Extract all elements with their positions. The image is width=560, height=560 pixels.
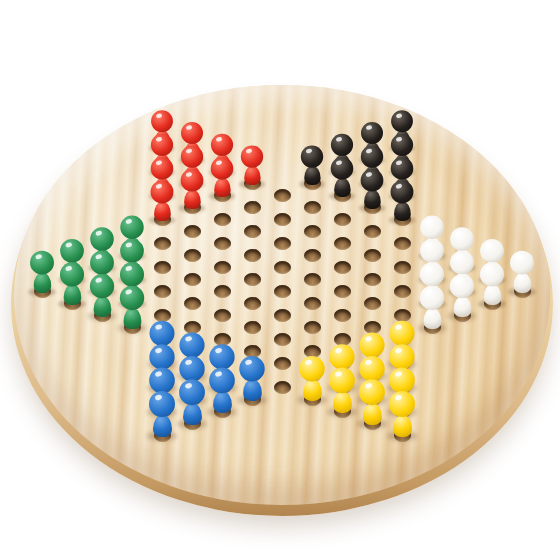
peg-head xyxy=(299,356,324,381)
peg-head xyxy=(151,157,174,180)
peg-head xyxy=(211,134,233,156)
peg-head xyxy=(480,239,504,263)
peg-head xyxy=(359,333,384,358)
peg-blue[interactable] xyxy=(239,356,264,401)
peg-highlight xyxy=(395,160,402,166)
peg-head xyxy=(60,239,84,263)
peg-body xyxy=(63,285,81,305)
peg-head xyxy=(120,239,144,263)
peg-highlight xyxy=(154,371,162,378)
peg-highlight xyxy=(65,242,72,248)
peg-green[interactable] xyxy=(90,274,114,317)
board-hole[interactable] xyxy=(394,285,411,298)
peg-highlight xyxy=(396,113,403,119)
peg-blue[interactable] xyxy=(149,391,175,437)
board-hole[interactable] xyxy=(274,333,291,346)
peg-blue[interactable] xyxy=(179,379,205,425)
board-hole[interactable] xyxy=(154,237,171,250)
peg-body xyxy=(394,202,411,221)
board-hole[interactable] xyxy=(304,249,321,262)
board-hole[interactable] xyxy=(334,237,351,250)
peg-highlight xyxy=(425,289,433,296)
board-hole[interactable] xyxy=(184,249,201,262)
board-hole[interactable] xyxy=(334,213,351,226)
peg-red[interactable] xyxy=(241,145,263,185)
board-hole[interactable] xyxy=(214,285,231,298)
board-hole[interactable] xyxy=(214,261,231,274)
peg-head xyxy=(120,286,144,310)
peg-body xyxy=(184,190,201,209)
peg-highlight xyxy=(335,347,343,354)
peg-highlight xyxy=(336,136,343,142)
board-hole[interactable] xyxy=(244,273,261,286)
peg-head xyxy=(420,286,444,310)
peg-highlight xyxy=(334,371,342,378)
peg-head xyxy=(329,368,355,394)
board-hole[interactable] xyxy=(274,237,291,250)
peg-body xyxy=(183,403,202,425)
peg-head xyxy=(181,145,203,167)
board-hole[interactable] xyxy=(394,309,411,322)
peg-highlight xyxy=(396,136,403,142)
board-hole[interactable] xyxy=(304,321,321,334)
peg-body xyxy=(334,178,350,197)
peg-highlight xyxy=(156,113,163,119)
peg-highlight xyxy=(395,347,403,354)
peg-head xyxy=(149,368,175,394)
board-hole[interactable] xyxy=(274,213,291,226)
peg-head xyxy=(391,181,414,204)
peg-head xyxy=(151,110,173,132)
peg-head xyxy=(389,368,415,394)
board-hole[interactable] xyxy=(304,201,321,214)
peg-head xyxy=(329,344,354,369)
peg-head xyxy=(361,145,383,167)
peg-highlight xyxy=(184,382,192,389)
peg-head xyxy=(151,134,173,156)
peg-highlight xyxy=(95,277,103,283)
board-hole[interactable] xyxy=(244,297,261,310)
peg-head xyxy=(389,344,414,369)
peg-highlight xyxy=(425,218,432,224)
peg-highlight xyxy=(156,136,163,142)
peg-red[interactable] xyxy=(181,169,204,209)
board-hole[interactable] xyxy=(304,297,321,310)
board-hole[interactable] xyxy=(394,237,411,250)
peg-head xyxy=(361,122,383,144)
peg-body xyxy=(333,391,352,413)
peg-head xyxy=(480,262,504,286)
peg-head xyxy=(361,169,384,192)
peg-black[interactable] xyxy=(331,157,354,197)
peg-highlight xyxy=(65,265,73,271)
peg-head xyxy=(149,344,174,369)
peg-body xyxy=(303,379,322,401)
peg-highlight xyxy=(215,160,222,166)
board-hole[interactable] xyxy=(184,297,201,310)
peg-highlight xyxy=(305,148,312,154)
board-hole[interactable] xyxy=(364,273,381,286)
peg-white[interactable] xyxy=(450,274,474,317)
peg-yellow[interactable] xyxy=(299,356,324,401)
peg-highlight xyxy=(366,125,373,131)
peg-highlight xyxy=(95,253,103,259)
peg-highlight xyxy=(395,324,403,331)
peg-highlight xyxy=(425,265,433,271)
chinese-checkers-photo xyxy=(0,0,560,560)
peg-highlight xyxy=(155,347,163,354)
peg-white[interactable] xyxy=(480,262,504,305)
peg-head xyxy=(510,251,534,275)
peg-head xyxy=(179,379,205,405)
peg-red[interactable] xyxy=(211,157,234,197)
peg-body xyxy=(123,308,141,329)
peg-highlight xyxy=(214,371,222,378)
peg-black[interactable] xyxy=(361,169,384,209)
peg-highlight xyxy=(35,253,43,259)
peg-white[interactable] xyxy=(420,286,444,329)
peg-body xyxy=(304,166,320,185)
board-hole[interactable] xyxy=(274,189,291,202)
peg-body xyxy=(213,391,232,413)
peg-highlight xyxy=(365,148,372,154)
peg-black[interactable] xyxy=(301,145,323,185)
board-hole[interactable] xyxy=(184,225,201,238)
peg-highlight xyxy=(365,335,373,342)
peg-highlight xyxy=(155,324,163,331)
peg-yellow[interactable] xyxy=(389,391,415,437)
peg-head xyxy=(30,251,54,275)
board-hole[interactable] xyxy=(304,225,321,238)
peg-highlight xyxy=(186,125,193,131)
peg-head xyxy=(331,157,354,180)
peg-highlight xyxy=(154,394,162,401)
peg-highlight xyxy=(455,230,462,236)
peg-head xyxy=(391,110,413,132)
peg-body xyxy=(33,273,50,293)
peg-highlight xyxy=(185,171,192,177)
peg-head xyxy=(151,181,174,204)
peg-head xyxy=(209,344,234,369)
peg-body xyxy=(513,273,530,293)
board-hole[interactable] xyxy=(214,237,231,250)
peg-highlight xyxy=(485,242,492,248)
peg-head xyxy=(450,227,474,251)
peg-highlight xyxy=(394,371,402,378)
peg-highlight xyxy=(216,136,223,142)
board-hole[interactable] xyxy=(214,309,231,322)
board-hole[interactable] xyxy=(364,225,381,238)
board-hole[interactable] xyxy=(274,357,291,370)
peg-head xyxy=(239,356,264,381)
peg-highlight xyxy=(394,394,402,401)
peg-head xyxy=(359,356,384,381)
board-hole[interactable] xyxy=(334,285,351,298)
peg-highlight xyxy=(185,148,192,154)
peg-body xyxy=(244,166,260,185)
peg-head xyxy=(391,134,413,156)
peg-head xyxy=(90,227,114,251)
peg-body xyxy=(154,202,171,221)
board-hole[interactable] xyxy=(334,309,351,322)
peg-head xyxy=(181,169,204,192)
peg-red[interactable] xyxy=(151,181,174,221)
peg-highlight xyxy=(95,230,102,236)
peg-head xyxy=(120,262,144,286)
peg-head xyxy=(149,391,175,417)
peg-head xyxy=(179,333,204,358)
peg-green[interactable] xyxy=(60,262,84,305)
peg-head xyxy=(211,157,234,180)
peg-highlight xyxy=(305,359,313,366)
board-hole[interactable] xyxy=(334,261,351,274)
board-hole[interactable] xyxy=(244,201,261,214)
peg-body xyxy=(393,415,412,437)
peg-black[interactable] xyxy=(391,181,414,221)
peg-blue[interactable] xyxy=(209,368,235,413)
board-hole[interactable] xyxy=(394,261,411,274)
peg-body xyxy=(214,178,230,197)
peg-highlight xyxy=(365,359,373,366)
peg-head xyxy=(90,274,114,298)
peg-head xyxy=(420,216,443,239)
peg-head xyxy=(450,251,474,275)
peg-head xyxy=(391,157,414,180)
peg-body xyxy=(453,296,471,317)
peg-head xyxy=(301,145,323,167)
peg-green[interactable] xyxy=(120,286,144,329)
board-hole[interactable] xyxy=(274,261,291,274)
board-hole[interactable] xyxy=(304,273,321,286)
peg-white[interactable] xyxy=(510,251,534,293)
peg-head xyxy=(241,145,263,167)
board-hole[interactable] xyxy=(244,225,261,238)
peg-body xyxy=(423,308,441,329)
peg-body xyxy=(93,296,111,317)
peg-head xyxy=(150,321,175,346)
peg-head xyxy=(209,368,235,394)
peg-body xyxy=(364,190,381,209)
peg-highlight xyxy=(515,253,523,259)
peg-head xyxy=(359,379,385,405)
peg-head xyxy=(179,356,204,381)
peg-body xyxy=(363,403,382,425)
peg-highlight xyxy=(365,171,372,177)
board-hole[interactable] xyxy=(364,297,381,310)
peg-highlight xyxy=(125,242,132,248)
peg-green[interactable] xyxy=(30,251,54,293)
peg-highlight xyxy=(245,359,253,366)
peg-yellow[interactable] xyxy=(359,379,385,425)
peg-highlight xyxy=(245,148,252,154)
peg-highlight xyxy=(425,242,432,248)
board-hole[interactable] xyxy=(184,273,201,286)
peg-head xyxy=(60,262,84,286)
peg-highlight xyxy=(125,265,133,271)
peg-highlight xyxy=(215,347,223,354)
peg-highlight xyxy=(125,289,133,296)
peg-highlight xyxy=(364,382,372,389)
peg-highlight xyxy=(335,160,342,166)
board-hole[interactable] xyxy=(154,309,171,322)
board-hole[interactable] xyxy=(274,309,291,322)
board-hole[interactable] xyxy=(274,285,291,298)
peg-highlight xyxy=(155,160,162,166)
board-hole[interactable] xyxy=(154,285,171,298)
peg-body xyxy=(483,285,501,305)
peg-yellow[interactable] xyxy=(329,368,355,413)
peg-head xyxy=(331,134,353,156)
peg-highlight xyxy=(155,183,162,189)
peg-highlight xyxy=(185,335,193,342)
peg-head xyxy=(420,239,444,263)
peg-highlight xyxy=(485,265,493,271)
peg-highlight xyxy=(395,183,402,189)
board-hole[interactable] xyxy=(364,249,381,262)
peg-highlight xyxy=(185,359,193,366)
peg-head xyxy=(120,216,143,239)
peg-head xyxy=(181,122,203,144)
board-hole[interactable] xyxy=(244,249,261,262)
board-hole[interactable] xyxy=(214,213,231,226)
board-hole[interactable] xyxy=(154,261,171,274)
board-hole[interactable] xyxy=(274,381,291,394)
peg-head xyxy=(90,251,114,275)
peg-highlight xyxy=(455,277,463,283)
peg-head xyxy=(390,321,415,346)
peg-highlight xyxy=(125,218,132,224)
peg-body xyxy=(153,415,172,437)
peg-head xyxy=(420,262,444,286)
peg-body xyxy=(243,379,262,401)
peg-head xyxy=(450,274,474,298)
board-hole[interactable] xyxy=(244,321,261,334)
peg-head xyxy=(389,391,415,417)
peg-highlight xyxy=(455,253,463,259)
